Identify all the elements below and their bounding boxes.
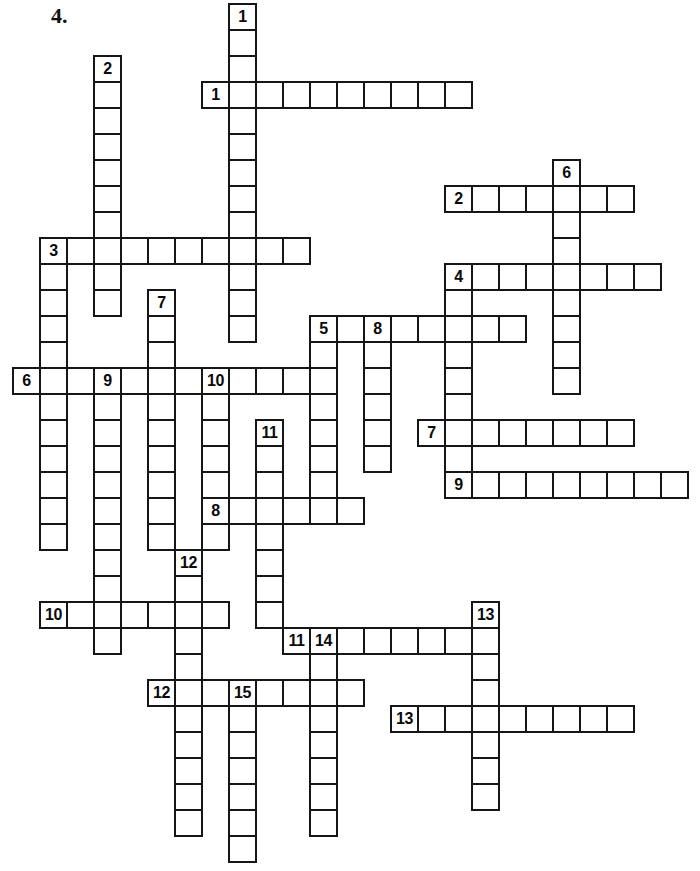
crossword-cell[interactable] <box>174 653 203 681</box>
crossword-cell[interactable] <box>93 419 122 447</box>
crossword-cell[interactable] <box>471 315 500 343</box>
crossword-cell[interactable] <box>552 211 581 239</box>
crossword-cell[interactable] <box>633 263 662 291</box>
crossword-cell[interactable] <box>147 315 176 343</box>
crossword-cell[interactable] <box>93 289 122 317</box>
clue-number-cell[interactable]: 15 <box>228 679 257 707</box>
crossword-cell[interactable] <box>498 705 527 733</box>
clue-number-cell[interactable]: 10 <box>39 601 68 629</box>
crossword-cell[interactable] <box>255 523 284 551</box>
crossword-cell[interactable] <box>39 315 68 343</box>
crossword-cell[interactable] <box>228 783 257 811</box>
crossword-cell[interactable] <box>471 679 500 707</box>
crossword-cell[interactable] <box>255 601 284 629</box>
crossword-cell[interactable] <box>471 263 500 291</box>
crossword-cell[interactable] <box>471 627 500 655</box>
crossword-cell[interactable] <box>363 81 392 109</box>
crossword-cell[interactable] <box>444 289 473 317</box>
crossword-cell[interactable] <box>93 81 122 109</box>
crossword-cell[interactable] <box>417 315 446 343</box>
crossword-cell[interactable] <box>525 471 554 499</box>
crossword-cell[interactable] <box>174 367 203 395</box>
crossword-cell[interactable] <box>174 705 203 733</box>
clue-number-cell[interactable]: 14 <box>309 627 338 655</box>
crossword-cell[interactable] <box>174 601 203 629</box>
crossword-cell[interactable] <box>444 627 473 655</box>
clue-number-cell[interactable]: 11 <box>282 627 311 655</box>
crossword-cell[interactable] <box>390 315 419 343</box>
crossword-cell[interactable] <box>282 81 311 109</box>
crossword-cell[interactable] <box>39 367 68 395</box>
crossword-cell[interactable] <box>93 133 122 161</box>
crossword-cell[interactable] <box>174 575 203 603</box>
crossword-board: 12162347586910117981210131114121513 <box>13 4 700 862</box>
crossword-cell[interactable] <box>309 393 338 421</box>
crossword-cell[interactable] <box>228 757 257 785</box>
crossword-cell[interactable] <box>444 445 473 473</box>
crossword-cell[interactable] <box>93 497 122 525</box>
crossword-cell[interactable] <box>228 185 257 213</box>
crossword-cell[interactable] <box>363 627 392 655</box>
crossword-cell[interactable] <box>228 55 257 83</box>
crossword-cell[interactable] <box>228 29 257 57</box>
crossword-cell[interactable] <box>93 575 122 603</box>
crossword-cell[interactable] <box>39 393 68 421</box>
crossword-cell[interactable] <box>174 809 203 837</box>
crossword-cell[interactable] <box>444 341 473 369</box>
crossword-cell[interactable] <box>309 731 338 759</box>
crossword-cell[interactable] <box>471 705 500 733</box>
crossword-cell[interactable] <box>39 445 68 473</box>
clue-number-cell[interactable]: 13 <box>390 705 419 733</box>
crossword-cell[interactable] <box>66 601 95 629</box>
crossword-cell[interactable] <box>228 809 257 837</box>
crossword-cell[interactable] <box>93 549 122 577</box>
crossword-cell[interactable] <box>39 289 68 317</box>
clue-number-cell[interactable]: 6 <box>12 367 41 395</box>
crossword-cell[interactable] <box>363 393 392 421</box>
clue-number-cell[interactable]: 8 <box>363 315 392 343</box>
crossword-cell[interactable] <box>93 263 122 291</box>
crossword-cell[interactable] <box>606 263 635 291</box>
crossword-cell[interactable] <box>147 523 176 551</box>
crossword-cell[interactable] <box>309 367 338 395</box>
crossword-cell[interactable] <box>255 367 284 395</box>
crossword-cell[interactable] <box>228 315 257 343</box>
clue-number-cell[interactable]: 1 <box>228 3 257 31</box>
clue-number-cell[interactable]: 12 <box>174 549 203 577</box>
clue-number-cell[interactable]: 8 <box>201 497 230 525</box>
crossword-cell[interactable] <box>282 679 311 707</box>
crossword-cell[interactable] <box>552 289 581 317</box>
crossword-cell[interactable] <box>93 601 122 629</box>
crossword-cell[interactable] <box>93 107 122 135</box>
crossword-cell[interactable] <box>228 263 257 291</box>
crossword-cell[interactable] <box>309 341 338 369</box>
crossword-cell[interactable] <box>606 471 635 499</box>
crossword-cell[interactable] <box>93 471 122 499</box>
crossword-cell[interactable] <box>255 575 284 603</box>
crossword-cell[interactable] <box>336 627 365 655</box>
crossword-cell[interactable] <box>147 419 176 447</box>
clue-number-cell[interactable]: 12 <box>147 679 176 707</box>
puzzle-page: 4. 12162347586910117981210131114121513 <box>0 0 700 871</box>
crossword-cell[interactable] <box>579 263 608 291</box>
crossword-cell[interactable] <box>309 757 338 785</box>
crossword-cell[interactable] <box>120 237 149 265</box>
clue-number-cell[interactable]: 6 <box>552 159 581 187</box>
crossword-cell[interactable] <box>39 497 68 525</box>
crossword-cell[interactable] <box>39 523 68 551</box>
crossword-cell[interactable] <box>147 601 176 629</box>
crossword-cell[interactable] <box>120 367 149 395</box>
crossword-cell[interactable] <box>66 367 95 395</box>
crossword-cell[interactable] <box>363 341 392 369</box>
crossword-cell[interactable] <box>39 419 68 447</box>
crossword-cell[interactable] <box>417 81 446 109</box>
crossword-cell[interactable] <box>282 237 311 265</box>
crossword-cell[interactable] <box>228 367 257 395</box>
crossword-cell[interactable] <box>201 601 230 629</box>
crossword-cell[interactable] <box>309 471 338 499</box>
crossword-cell[interactable] <box>255 497 284 525</box>
crossword-cell[interactable] <box>498 419 527 447</box>
crossword-cell[interactable] <box>147 445 176 473</box>
crossword-cell[interactable] <box>39 263 68 291</box>
crossword-cell[interactable] <box>93 393 122 421</box>
crossword-cell[interactable] <box>579 705 608 733</box>
crossword-cell[interactable] <box>174 757 203 785</box>
crossword-cell[interactable] <box>147 497 176 525</box>
crossword-cell[interactable] <box>309 809 338 837</box>
crossword-cell[interactable] <box>282 367 311 395</box>
crossword-cell[interactable] <box>201 237 230 265</box>
crossword-cell[interactable] <box>147 393 176 421</box>
crossword-cell[interactable] <box>444 419 473 447</box>
crossword-cell[interactable] <box>552 185 581 213</box>
crossword-cell[interactable] <box>228 497 257 525</box>
crossword-cell[interactable] <box>552 237 581 265</box>
clue-number-cell[interactable]: 2 <box>93 55 122 83</box>
crossword-cell[interactable] <box>525 185 554 213</box>
crossword-cell[interactable] <box>444 81 473 109</box>
crossword-cell[interactable] <box>228 289 257 317</box>
crossword-cell[interactable] <box>390 81 419 109</box>
crossword-cell[interactable] <box>606 185 635 213</box>
crossword-cell[interactable] <box>255 81 284 109</box>
crossword-cell[interactable] <box>579 419 608 447</box>
crossword-cell[interactable] <box>174 731 203 759</box>
crossword-cell[interactable] <box>93 185 122 213</box>
crossword-cell[interactable] <box>471 419 500 447</box>
crossword-cell[interactable] <box>498 471 527 499</box>
crossword-cell[interactable] <box>309 679 338 707</box>
crossword-cell[interactable] <box>579 471 608 499</box>
crossword-cell[interactable] <box>525 263 554 291</box>
clue-number-cell[interactable]: 11 <box>255 419 284 447</box>
clue-number-cell[interactable]: 7 <box>417 419 446 447</box>
crossword-cell[interactable] <box>174 783 203 811</box>
crossword-cell[interactable] <box>93 211 122 239</box>
clue-number-cell[interactable]: 3 <box>39 237 68 265</box>
clue-number-cell[interactable]: 10 <box>201 367 230 395</box>
crossword-cell[interactable] <box>552 315 581 343</box>
crossword-cell[interactable] <box>336 315 365 343</box>
crossword-cell[interactable] <box>444 315 473 343</box>
clue-number-cell[interactable]: 2 <box>444 185 473 213</box>
crossword-cell[interactable] <box>363 367 392 395</box>
crossword-cell[interactable] <box>201 419 230 447</box>
crossword-cell[interactable] <box>309 497 338 525</box>
crossword-cell[interactable] <box>228 107 257 135</box>
crossword-cell[interactable] <box>471 185 500 213</box>
crossword-cell[interactable] <box>633 471 662 499</box>
crossword-cell[interactable] <box>255 237 284 265</box>
crossword-cell[interactable] <box>174 679 203 707</box>
crossword-cell[interactable] <box>255 471 284 499</box>
clue-number-cell[interactable]: 4 <box>444 263 473 291</box>
crossword-cell[interactable] <box>417 627 446 655</box>
crossword-cell[interactable] <box>147 367 176 395</box>
crossword-cell[interactable] <box>336 679 365 707</box>
crossword-cell[interactable] <box>147 341 176 369</box>
crossword-cell[interactable] <box>201 393 230 421</box>
crossword-cell[interactable] <box>660 471 689 499</box>
clue-number-cell[interactable]: 5 <box>309 315 338 343</box>
crossword-cell[interactable] <box>471 757 500 785</box>
crossword-cell[interactable] <box>201 471 230 499</box>
crossword-cell[interactable] <box>255 445 284 473</box>
crossword-cell[interactable] <box>147 237 176 265</box>
crossword-cell[interactable] <box>606 705 635 733</box>
crossword-cell[interactable] <box>120 601 149 629</box>
crossword-cell[interactable] <box>390 627 419 655</box>
crossword-cell[interactable] <box>552 263 581 291</box>
crossword-cell[interactable] <box>201 523 230 551</box>
crossword-cell[interactable] <box>444 367 473 395</box>
crossword-cell[interactable] <box>498 185 527 213</box>
crossword-cell[interactable] <box>606 419 635 447</box>
clue-number-cell[interactable]: 9 <box>444 471 473 499</box>
crossword-cell[interactable] <box>309 445 338 473</box>
crossword-cell[interactable] <box>525 419 554 447</box>
crossword-cell[interactable] <box>174 237 203 265</box>
crossword-cell[interactable] <box>93 627 122 655</box>
clue-number-cell[interactable]: 7 <box>147 289 176 317</box>
crossword-cell[interactable] <box>471 731 500 759</box>
crossword-cell[interactable] <box>309 705 338 733</box>
crossword-cell[interactable] <box>471 471 500 499</box>
crossword-cell[interactable] <box>498 315 527 343</box>
crossword-cell[interactable] <box>228 835 257 863</box>
clue-number-cell[interactable]: 1 <box>201 81 230 109</box>
crossword-cell[interactable] <box>93 523 122 551</box>
crossword-cell[interactable] <box>552 471 581 499</box>
crossword-cell[interactable] <box>552 341 581 369</box>
crossword-cell[interactable] <box>228 133 257 161</box>
crossword-cell[interactable] <box>363 445 392 473</box>
crossword-cell[interactable] <box>552 367 581 395</box>
crossword-cell[interactable] <box>228 211 257 239</box>
crossword-cell[interactable] <box>228 237 257 265</box>
crossword-cell[interactable] <box>228 159 257 187</box>
crossword-cell[interactable] <box>363 419 392 447</box>
crossword-cell[interactable] <box>309 653 338 681</box>
crossword-cell[interactable] <box>174 627 203 655</box>
crossword-cell[interactable] <box>336 81 365 109</box>
crossword-cell[interactable] <box>201 679 230 707</box>
crossword-cell[interactable] <box>552 419 581 447</box>
crossword-cell[interactable] <box>228 705 257 733</box>
crossword-cell[interactable] <box>336 497 365 525</box>
crossword-cell[interactable] <box>282 497 311 525</box>
crossword-cell[interactable] <box>66 237 95 265</box>
crossword-cell[interactable] <box>309 783 338 811</box>
crossword-cell[interactable] <box>228 731 257 759</box>
crossword-cell[interactable] <box>444 705 473 733</box>
crossword-cell[interactable] <box>417 705 446 733</box>
crossword-cell[interactable] <box>255 549 284 577</box>
clue-number-cell[interactable]: 9 <box>93 367 122 395</box>
crossword-cell[interactable] <box>201 445 230 473</box>
crossword-cell[interactable] <box>579 185 608 213</box>
crossword-cell[interactable] <box>228 81 257 109</box>
crossword-cell[interactable] <box>309 419 338 447</box>
crossword-cell[interactable] <box>93 159 122 187</box>
crossword-cell[interactable] <box>93 237 122 265</box>
crossword-cell[interactable] <box>444 393 473 421</box>
clue-number-cell[interactable]: 13 <box>471 601 500 629</box>
crossword-cell[interactable] <box>471 783 500 811</box>
crossword-cell[interactable] <box>39 471 68 499</box>
crossword-cell[interactable] <box>471 653 500 681</box>
crossword-cell[interactable] <box>552 705 581 733</box>
crossword-cell[interactable] <box>93 445 122 473</box>
crossword-cell[interactable] <box>147 471 176 499</box>
crossword-cell[interactable] <box>39 341 68 369</box>
crossword-cell[interactable] <box>255 679 284 707</box>
crossword-cell[interactable] <box>525 705 554 733</box>
crossword-cell[interactable] <box>309 81 338 109</box>
crossword-cell[interactable] <box>498 263 527 291</box>
